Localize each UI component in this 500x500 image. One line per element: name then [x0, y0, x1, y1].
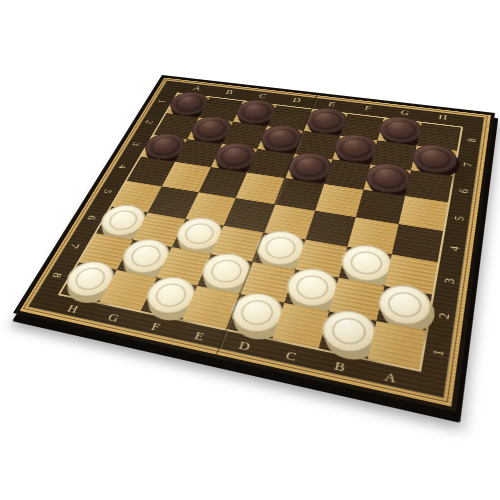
checkers-board: ABCDEFGH HGFEDCBA 12345678 87654321	[13, 75, 495, 412]
product-photo-scene: ABCDEFGH HGFEDCBA 12345678 87654321	[0, 0, 500, 500]
square-g8	[319, 312, 376, 359]
